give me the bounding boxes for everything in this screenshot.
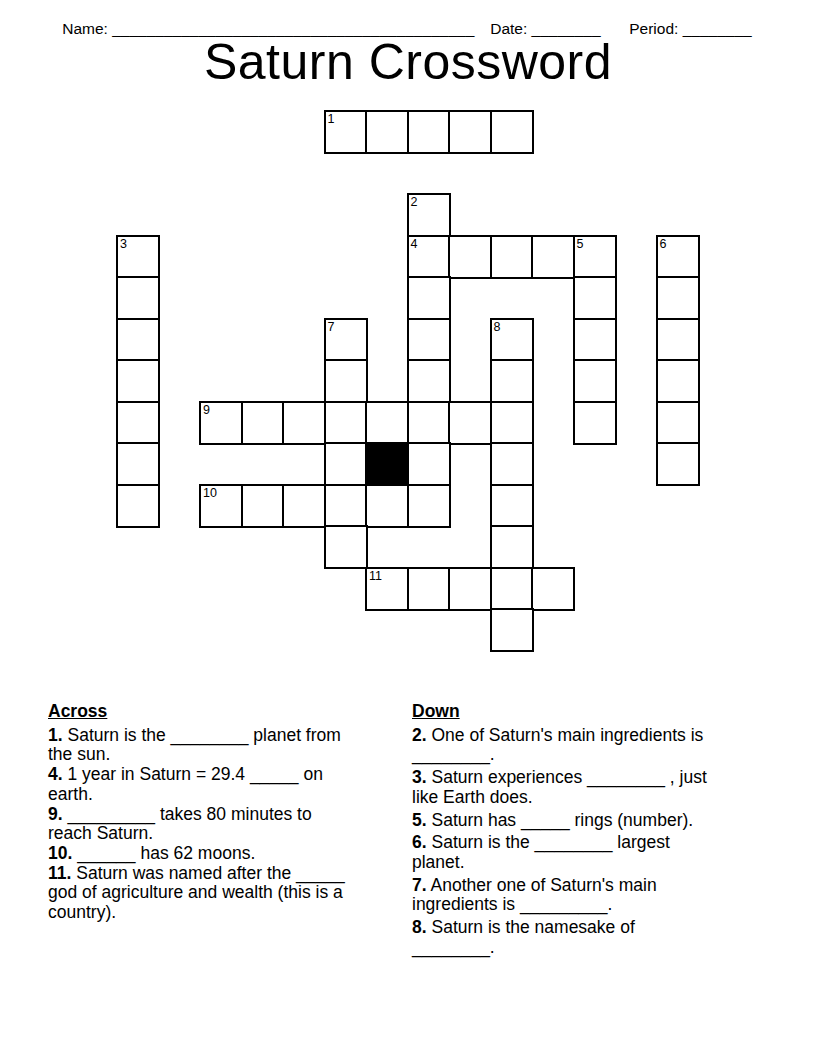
clue-across-4: 4. 1 year in Saturn = 29.4 _____ onearth… bbox=[48, 765, 408, 804]
grid-cell-r4c0[interactable] bbox=[116, 276, 160, 320]
grid-cell-r5c11[interactable] bbox=[573, 318, 617, 362]
down-clues-column: Down 2. One of Saturn's main ingredients… bbox=[412, 702, 800, 960]
grid-cell-r9c7[interactable] bbox=[407, 484, 451, 528]
clue-number: 11. bbox=[48, 863, 71, 883]
grid-cell-r7c0[interactable] bbox=[116, 401, 160, 445]
grid-cell-r3c0[interactable]: 3 bbox=[116, 235, 160, 279]
cell-number-9: 9 bbox=[203, 403, 210, 418]
grid-cell-r11c8[interactable] bbox=[448, 567, 492, 611]
clue-number: 10. bbox=[48, 843, 72, 863]
clue-down-6: 6. Saturn is the ________ largestplanet. bbox=[412, 833, 800, 872]
clue-number: 3. bbox=[412, 767, 427, 787]
clue-number: 1. bbox=[48, 725, 63, 745]
grid-cell-r7c5[interactable] bbox=[324, 401, 368, 445]
grid-cell-r0c6[interactable] bbox=[365, 110, 409, 154]
grid-cell-r0c7[interactable] bbox=[407, 110, 451, 154]
cell-number-1: 1 bbox=[328, 112, 335, 127]
down-heading: Down bbox=[412, 702, 800, 722]
across-clue-list: 1. Saturn is the ________ planet fromthe… bbox=[48, 726, 408, 923]
grid-cell-r4c13[interactable] bbox=[656, 276, 700, 320]
grid-cell-r8c9[interactable] bbox=[490, 442, 534, 486]
clue-across-9: 9. _________ takes 80 minutes toreach Sa… bbox=[48, 805, 408, 844]
clue-number: 8. bbox=[412, 917, 427, 937]
clue-down-7: 7. Another one of Saturn's mainingredien… bbox=[412, 876, 800, 915]
down-clue-list: 2. One of Saturn's main ingredients is__… bbox=[412, 726, 800, 958]
cell-number-6: 6 bbox=[660, 237, 667, 252]
cell-number-10: 10 bbox=[203, 486, 217, 501]
grid-cell-r5c9[interactable]: 8 bbox=[490, 318, 534, 362]
grid-cell-r3c10[interactable] bbox=[531, 235, 575, 279]
grid-cell-r3c9[interactable] bbox=[490, 235, 534, 279]
page-title: Saturn Crossword bbox=[0, 34, 816, 90]
grid-cell-r9c5[interactable] bbox=[324, 484, 368, 528]
grid-cell-r9c0[interactable] bbox=[116, 484, 160, 528]
grid-cell-r7c11[interactable] bbox=[573, 401, 617, 445]
grid-cell-r3c8[interactable] bbox=[448, 235, 492, 279]
clue-down-5: 5. Saturn has _____ rings (number). bbox=[412, 811, 800, 831]
cell-number-5: 5 bbox=[577, 237, 584, 252]
cell-number-7: 7 bbox=[328, 320, 335, 335]
grid-cell-r3c7[interactable]: 4 bbox=[407, 235, 451, 279]
across-heading: Across bbox=[48, 702, 408, 722]
grid-cell-r11c10[interactable] bbox=[531, 567, 575, 611]
grid-cell-black bbox=[365, 442, 409, 486]
grid-cell-r10c5[interactable] bbox=[324, 525, 368, 569]
grid-cell-r0c5[interactable]: 1 bbox=[324, 110, 368, 154]
grid-cell-r5c13[interactable] bbox=[656, 318, 700, 362]
grid-cell-r6c9[interactable] bbox=[490, 359, 534, 403]
grid-cell-r5c0[interactable] bbox=[116, 318, 160, 362]
clue-number: 4. bbox=[48, 764, 63, 784]
grid-cell-r6c11[interactable] bbox=[573, 359, 617, 403]
grid-cell-r4c11[interactable] bbox=[573, 276, 617, 320]
grid-cell-r7c7[interactable] bbox=[407, 401, 451, 445]
cell-number-8: 8 bbox=[494, 320, 501, 335]
cell-number-3: 3 bbox=[120, 237, 127, 252]
cell-number-2: 2 bbox=[411, 195, 418, 210]
worksheet-page: Name: __________________________________… bbox=[0, 0, 816, 1056]
clue-number: 6. bbox=[412, 832, 427, 852]
grid-cell-r10c9[interactable] bbox=[490, 525, 534, 569]
clue-number: 2. bbox=[412, 725, 427, 745]
crossword-grid: 1234567891011 bbox=[116, 110, 697, 650]
grid-cell-r2c7[interactable]: 2 bbox=[407, 193, 451, 237]
grid-cell-r3c11[interactable]: 5 bbox=[573, 235, 617, 279]
clue-number: 7. bbox=[412, 875, 427, 895]
grid-cell-r6c5[interactable] bbox=[324, 359, 368, 403]
grid-cell-r7c6[interactable] bbox=[365, 401, 409, 445]
grid-cell-r8c5[interactable] bbox=[324, 442, 368, 486]
grid-cell-r9c6[interactable] bbox=[365, 484, 409, 528]
clue-down-2: 2. One of Saturn's main ingredients is__… bbox=[412, 726, 800, 765]
clue-number: 5. bbox=[412, 810, 427, 830]
clue-across-11: 11. Saturn was named after the _____god … bbox=[48, 864, 408, 923]
grid-cell-r6c13[interactable] bbox=[656, 359, 700, 403]
clue-number: 9. bbox=[48, 804, 63, 824]
cell-number-4: 4 bbox=[411, 237, 418, 252]
clue-across-10: 10. ______ has 62 moons. bbox=[48, 844, 408, 864]
across-clues-column: Across 1. Saturn is the ________ planet … bbox=[48, 702, 408, 923]
cell-number-11: 11 bbox=[369, 569, 382, 584]
grid-cell-r5c5[interactable]: 7 bbox=[324, 318, 368, 362]
grid-cell-r7c9[interactable] bbox=[490, 401, 534, 445]
grid-cell-r9c2[interactable]: 10 bbox=[199, 484, 243, 528]
clue-down-3: 3. Saturn experiences ________ , justlik… bbox=[412, 768, 800, 807]
grid-cell-r8c0[interactable] bbox=[116, 442, 160, 486]
grid-cell-r0c8[interactable] bbox=[448, 110, 492, 154]
grid-cell-r7c3[interactable] bbox=[241, 401, 285, 445]
grid-cell-r4c7[interactable] bbox=[407, 276, 451, 320]
grid-cell-r7c13[interactable] bbox=[656, 401, 700, 445]
grid-cell-r0c9[interactable] bbox=[490, 110, 534, 154]
grid-cell-r9c3[interactable] bbox=[241, 484, 285, 528]
grid-cell-r6c0[interactable] bbox=[116, 359, 160, 403]
grid-cell-r3c13[interactable]: 6 bbox=[656, 235, 700, 279]
grid-cell-r7c4[interactable] bbox=[282, 401, 326, 445]
grid-cell-r11c9[interactable] bbox=[490, 567, 534, 611]
clue-across-1: 1. Saturn is the ________ planet fromthe… bbox=[48, 726, 408, 765]
grid-cell-r11c6[interactable]: 11 bbox=[365, 567, 409, 611]
grid-cell-r8c13[interactable] bbox=[656, 442, 700, 486]
grid-cell-r9c4[interactable] bbox=[282, 484, 326, 528]
grid-cell-r11c7[interactable] bbox=[407, 567, 451, 611]
grid-cell-r7c8[interactable] bbox=[448, 401, 492, 445]
grid-cell-r9c9[interactable] bbox=[490, 484, 534, 528]
grid-cell-r5c7[interactable] bbox=[407, 318, 451, 362]
clue-down-8: 8. Saturn is the namesake of________. bbox=[412, 918, 800, 957]
grid-cell-r6c7[interactable] bbox=[407, 359, 451, 403]
grid-cell-r7c2[interactable]: 9 bbox=[199, 401, 243, 445]
grid-cell-r12c9[interactable] bbox=[490, 608, 534, 652]
grid-cell-r8c7[interactable] bbox=[407, 442, 451, 486]
